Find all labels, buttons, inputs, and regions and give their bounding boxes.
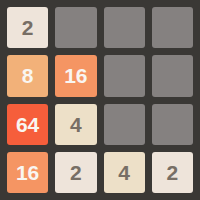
empty-cell: [104, 7, 145, 48]
empty-cell: [152, 104, 193, 145]
empty-cell: [152, 7, 193, 48]
tile-2: 2: [7, 7, 48, 48]
empty-cell: [104, 104, 145, 145]
empty-cell: [104, 55, 145, 96]
tile-8: 8: [7, 55, 48, 96]
tile-4: 4: [104, 152, 145, 193]
tile-16: 16: [55, 55, 96, 96]
tile-64: 64: [7, 104, 48, 145]
tile-4: 4: [55, 104, 96, 145]
board-grid[interactable]: 281664416242: [0, 0, 200, 200]
empty-cell: [152, 55, 193, 96]
tile-16: 16: [7, 152, 48, 193]
empty-cell: [55, 7, 96, 48]
tile-2: 2: [152, 152, 193, 193]
tile-2: 2: [55, 152, 96, 193]
